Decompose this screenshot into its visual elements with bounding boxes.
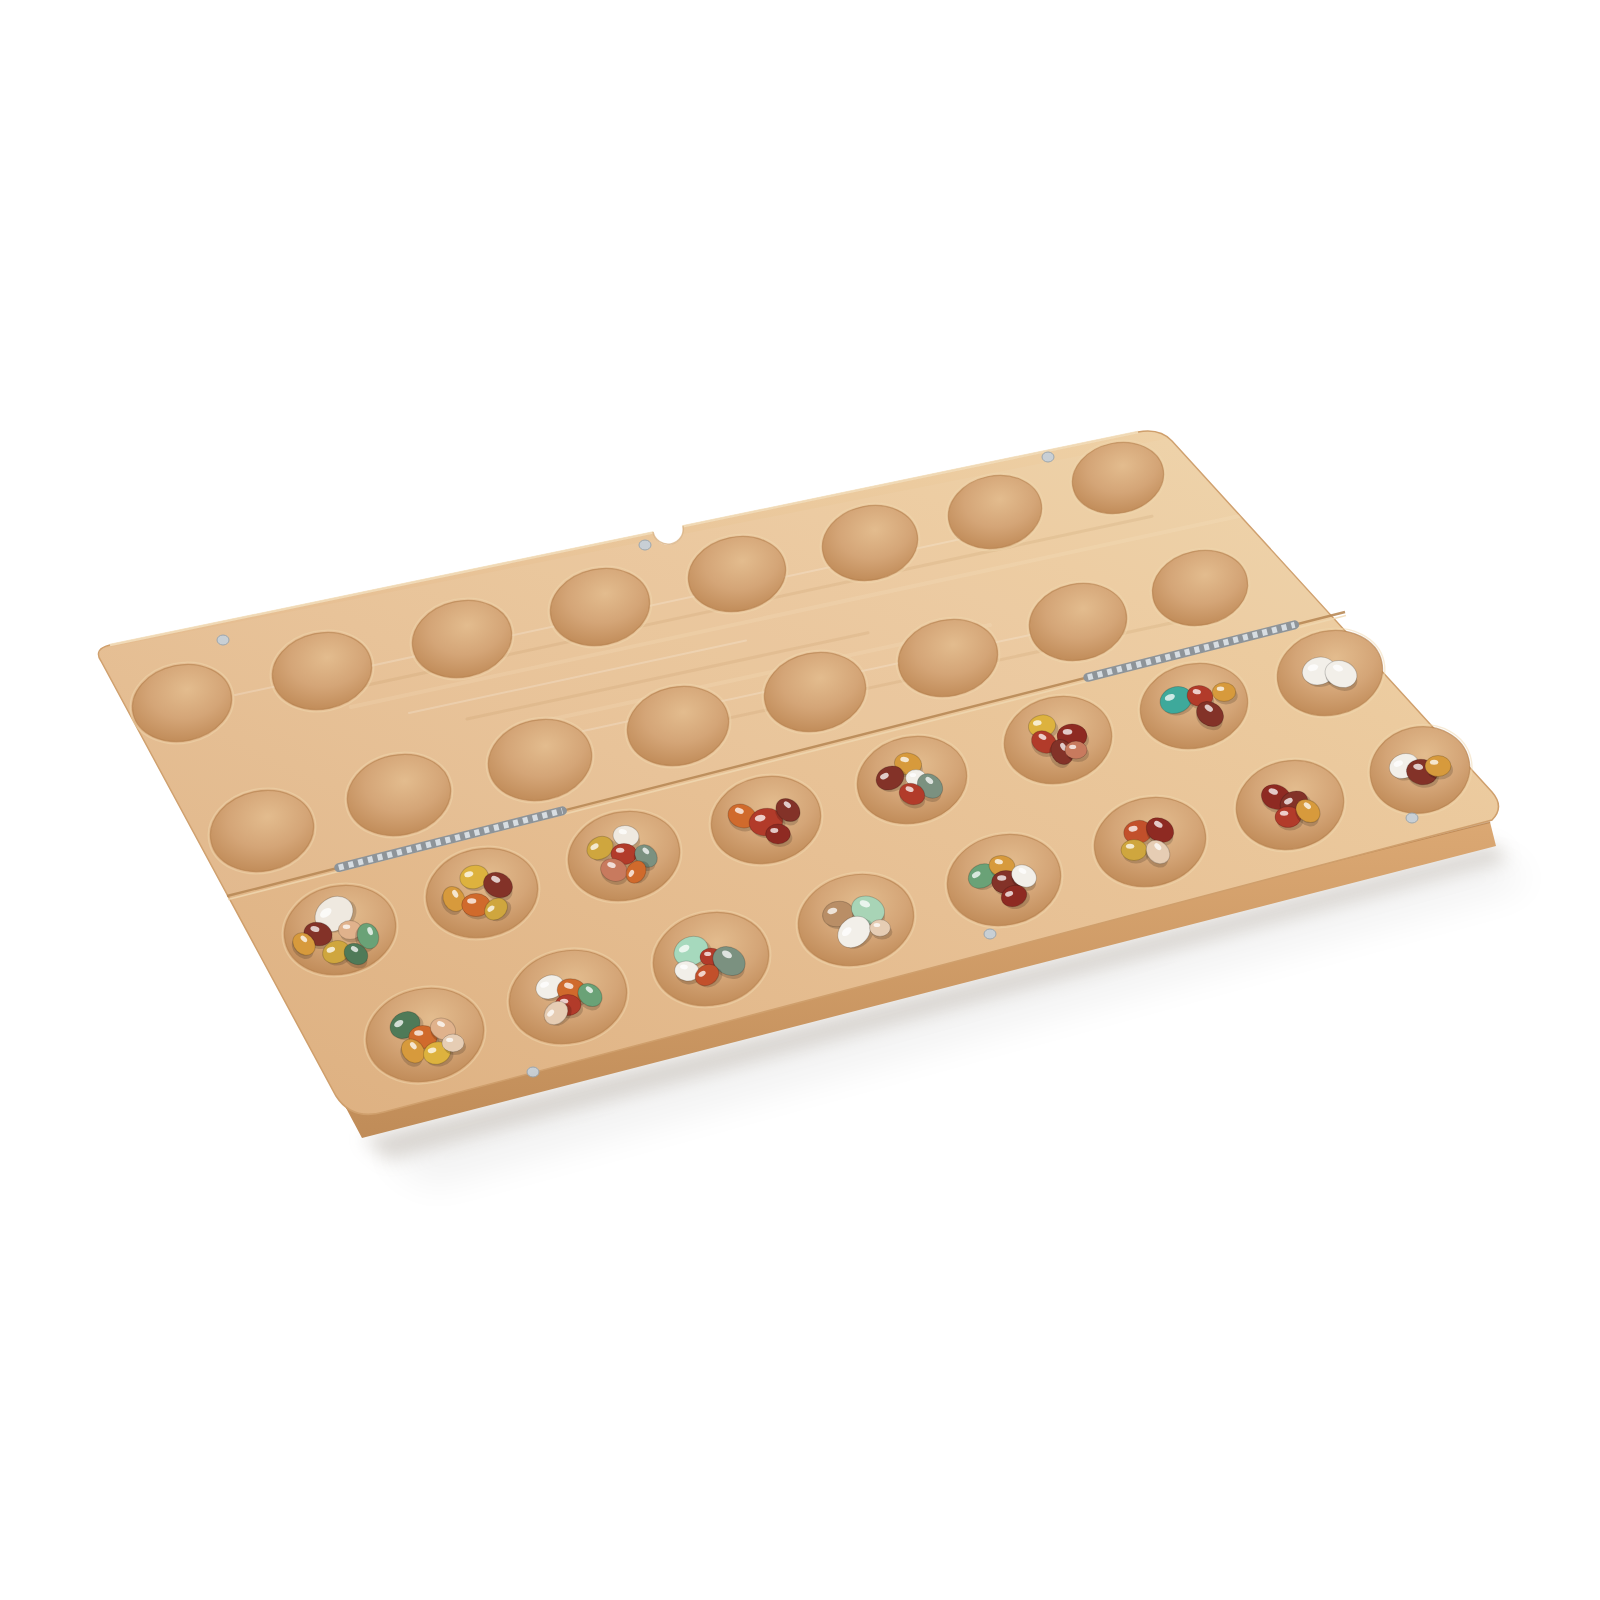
gemstone-specular [874,923,881,927]
gemstone-specular [997,875,1006,881]
magnet-dot-icon [1042,452,1054,462]
gemstone-body [442,1034,464,1052]
gemstone-specular [1430,760,1438,765]
grain-streak [120,366,420,431]
product-photo [0,0,1600,1600]
mancala-board-scene [0,0,1600,1600]
gemstone-body [766,824,791,844]
magnet-dot-icon [527,1067,539,1077]
magnet-dot-icon [217,635,229,645]
gemstone-specular [414,1030,423,1036]
gemstone-specular [1126,844,1134,849]
gemstone-specular [616,848,624,853]
gemstone-specular [770,828,778,833]
gemstone-body [1121,840,1147,861]
gemstone-specular [1069,745,1076,749]
gemstone-specular [1280,811,1288,816]
gemstone-body [870,920,891,937]
gemstone-specular [446,1038,453,1042]
gemstone-body [1212,683,1235,702]
gemstone-specular [343,924,350,929]
gemstone-specular [910,773,917,777]
gemstone-body [1065,741,1087,759]
gemstone-specular [1217,686,1224,691]
gemstone-specular [704,952,711,956]
magnet-dot-icon [984,929,996,939]
magnet-dot-icon [1406,813,1418,823]
gemstone-body [1425,756,1451,777]
gemstone-specular [467,898,476,904]
gemstone-specular [1063,729,1073,735]
finger-notch [653,515,683,545]
magnet-dot-icon [639,540,651,550]
